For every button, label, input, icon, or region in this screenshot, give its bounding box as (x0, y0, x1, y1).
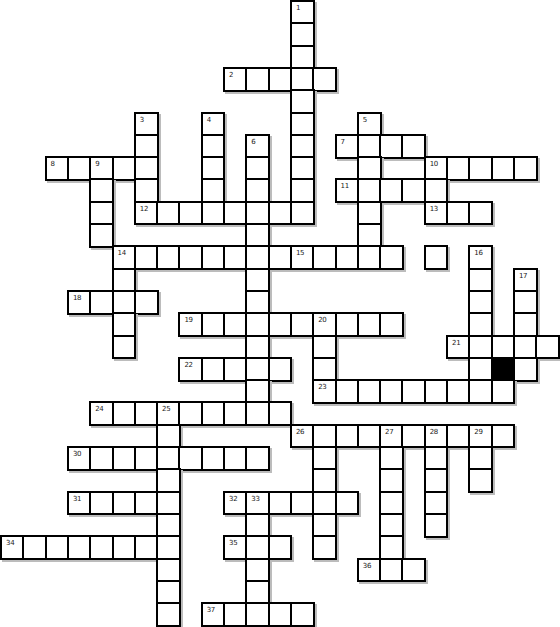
cell[interactable] (178, 401, 203, 426)
cell[interactable] (424, 468, 449, 493)
cell[interactable] (245, 580, 270, 605)
cell[interactable]: 34 (0, 535, 25, 560)
cell[interactable] (401, 379, 426, 404)
cell[interactable] (112, 268, 137, 293)
cell[interactable] (245, 201, 270, 226)
cell[interactable] (379, 513, 404, 538)
cell[interactable]: 10 (424, 156, 449, 181)
cell[interactable] (401, 134, 426, 159)
cell[interactable] (335, 312, 360, 337)
cell[interactable] (201, 156, 226, 181)
cell[interactable] (290, 156, 315, 181)
cell[interactable] (424, 446, 449, 471)
cell[interactable] (357, 223, 382, 248)
cell[interactable]: 30 (67, 446, 92, 471)
cell[interactable] (201, 245, 226, 270)
cell[interactable] (357, 424, 382, 449)
cell[interactable] (201, 446, 226, 471)
cell[interactable] (335, 245, 360, 270)
cell[interactable]: 16 (468, 245, 493, 270)
cell[interactable]: 12 (134, 201, 159, 226)
cell[interactable] (112, 535, 137, 560)
clue-number: 29 (474, 429, 482, 436)
crossword-grid: 1234567891011121314151617181920212223242… (0, 0, 560, 627)
cell[interactable]: 26 (290, 424, 315, 449)
clue-number: 2 (229, 72, 233, 79)
cell[interactable] (156, 491, 181, 516)
clue-number: 11 (341, 183, 349, 190)
clue-number: 14 (118, 250, 126, 257)
cell[interactable]: 32 (223, 491, 248, 516)
cell[interactable] (379, 312, 404, 337)
cell[interactable] (312, 67, 337, 92)
cell[interactable]: 20 (312, 312, 337, 337)
clue-number: 13 (430, 206, 438, 213)
cell[interactable] (67, 156, 92, 181)
cell[interactable] (89, 201, 114, 226)
cell[interactable]: 22 (178, 357, 203, 382)
cell[interactable] (268, 357, 293, 382)
clue-number: 21 (452, 340, 460, 347)
cell[interactable] (134, 245, 159, 270)
cell[interactable] (357, 379, 382, 404)
cell[interactable] (401, 424, 426, 449)
clue-number: 30 (73, 451, 81, 458)
cell[interactable] (268, 201, 293, 226)
clue-number: 37 (207, 607, 215, 614)
cell[interactable] (89, 178, 114, 203)
cell[interactable] (312, 468, 337, 493)
clue-number: 20 (318, 317, 326, 324)
cell[interactable] (134, 491, 159, 516)
cell[interactable] (245, 513, 270, 538)
cell[interactable] (446, 379, 471, 404)
cell[interactable] (223, 401, 248, 426)
cell[interactable] (401, 178, 426, 203)
cell[interactable] (513, 335, 538, 360)
cell[interactable] (290, 201, 315, 226)
cell[interactable] (245, 446, 270, 471)
clue-number: 6 (251, 139, 255, 146)
cell[interactable] (468, 379, 493, 404)
cell[interactable] (268, 67, 293, 92)
cell[interactable] (245, 268, 270, 293)
cell[interactable] (468, 335, 493, 360)
cell[interactable]: 33 (245, 491, 270, 516)
blocked-cell (491, 357, 516, 382)
cell[interactable] (401, 558, 426, 583)
cell[interactable] (446, 424, 471, 449)
cell[interactable] (312, 513, 337, 538)
cell[interactable]: 35 (223, 535, 248, 560)
cell[interactable] (290, 112, 315, 137)
cell[interactable] (223, 357, 248, 382)
clue-number: 28 (430, 429, 438, 436)
cell[interactable] (201, 178, 226, 203)
cell[interactable] (245, 357, 270, 382)
cell[interactable] (468, 201, 493, 226)
cell[interactable]: 1 (290, 0, 315, 25)
cell[interactable] (357, 178, 382, 203)
cell[interactable] (156, 424, 181, 449)
cell[interactable] (245, 401, 270, 426)
cell[interactable] (424, 245, 449, 270)
cell[interactable] (379, 468, 404, 493)
cell[interactable] (245, 245, 270, 270)
cell[interactable] (22, 535, 47, 560)
clue-number: 25 (162, 406, 170, 413)
cell[interactable] (112, 290, 137, 315)
cell[interactable] (290, 312, 315, 337)
clue-number: 26 (296, 429, 304, 436)
cell[interactable] (357, 134, 382, 159)
cell[interactable] (245, 335, 270, 360)
cell[interactable] (312, 424, 337, 449)
cell[interactable] (112, 401, 137, 426)
cell[interactable] (178, 201, 203, 226)
cell[interactable] (290, 178, 315, 203)
cell[interactable] (156, 245, 181, 270)
cell[interactable] (223, 201, 248, 226)
cell[interactable] (357, 245, 382, 270)
cell[interactable] (379, 535, 404, 560)
cell[interactable] (424, 178, 449, 203)
cell[interactable]: 11 (335, 178, 360, 203)
clue-number: 4 (207, 117, 211, 124)
cell[interactable]: 28 (424, 424, 449, 449)
cell[interactable]: 24 (89, 401, 114, 426)
clue-number: 16 (474, 250, 482, 257)
cell[interactable] (491, 335, 516, 360)
clue-number: 24 (95, 406, 103, 413)
cell[interactable] (446, 201, 471, 226)
cell[interactable] (156, 602, 181, 627)
cell[interactable] (424, 513, 449, 538)
clue-number: 31 (73, 496, 81, 503)
cell[interactable] (156, 535, 181, 560)
cell[interactable] (89, 223, 114, 248)
cell[interactable] (357, 156, 382, 181)
cell[interactable]: 15 (290, 245, 315, 270)
cell[interactable] (223, 312, 248, 337)
cell[interactable] (312, 446, 337, 471)
cell[interactable] (156, 580, 181, 605)
cell[interactable] (134, 446, 159, 471)
clue-number: 27 (385, 429, 393, 436)
cell[interactable]: 6 (245, 134, 270, 159)
cell[interactable] (513, 290, 538, 315)
clue-number: 35 (229, 540, 237, 547)
cell[interactable] (379, 446, 404, 471)
cell[interactable] (223, 602, 248, 627)
cell[interactable] (268, 401, 293, 426)
cell[interactable] (245, 67, 270, 92)
cell[interactable]: 29 (468, 424, 493, 449)
cell[interactable] (201, 201, 226, 226)
cell[interactable] (513, 357, 538, 382)
cell[interactable]: 14 (112, 245, 137, 270)
cell[interactable] (290, 45, 315, 70)
cell[interactable] (201, 134, 226, 159)
cell[interactable] (245, 379, 270, 404)
clue-number: 8 (51, 161, 55, 168)
cell[interactable] (312, 491, 337, 516)
cell[interactable] (290, 134, 315, 159)
cell[interactable] (223, 446, 248, 471)
cell[interactable] (312, 245, 337, 270)
cell[interactable] (268, 535, 293, 560)
clue-number: 15 (296, 250, 304, 257)
clue-number: 19 (184, 317, 192, 324)
cell[interactable]: 21 (446, 335, 471, 360)
clue-number: 12 (140, 206, 148, 213)
cell[interactable] (112, 156, 137, 181)
cell[interactable] (290, 67, 315, 92)
cell[interactable] (156, 513, 181, 538)
cell[interactable] (134, 156, 159, 181)
cell[interactable] (134, 401, 159, 426)
clue-number: 32 (229, 496, 237, 503)
cell[interactable] (312, 535, 337, 560)
cell[interactable] (268, 245, 293, 270)
cell[interactable] (201, 401, 226, 426)
clue-number: 22 (184, 362, 192, 369)
cell[interactable] (245, 535, 270, 560)
cell[interactable] (156, 558, 181, 583)
cell[interactable] (156, 468, 181, 493)
clue-number: 36 (363, 563, 371, 570)
cell[interactable] (156, 446, 181, 471)
cell[interactable]: 36 (357, 558, 382, 583)
cell[interactable] (89, 446, 114, 471)
cell[interactable] (379, 558, 404, 583)
cell[interactable]: 18 (67, 290, 92, 315)
cell[interactable] (67, 535, 92, 560)
cell[interactable] (290, 491, 315, 516)
cell[interactable]: 23 (312, 379, 337, 404)
cell[interactable]: 25 (156, 401, 181, 426)
cell[interactable] (112, 446, 137, 471)
cell[interactable]: 7 (335, 134, 360, 159)
cell[interactable] (335, 424, 360, 449)
cell[interactable] (379, 491, 404, 516)
cell[interactable] (112, 491, 137, 516)
cell[interactable] (89, 535, 114, 560)
cell[interactable] (245, 602, 270, 627)
cell[interactable] (357, 312, 382, 337)
clue-number: 33 (251, 496, 259, 503)
cell[interactable] (379, 134, 404, 159)
cell[interactable]: 17 (513, 268, 538, 293)
cell[interactable] (535, 335, 560, 360)
cell[interactable] (468, 446, 493, 471)
cell[interactable] (424, 491, 449, 516)
cell[interactable] (513, 312, 538, 337)
cell[interactable] (379, 245, 404, 270)
clue-number: 10 (430, 161, 438, 168)
cell[interactable] (89, 491, 114, 516)
cell[interactable]: 8 (45, 156, 70, 181)
cell[interactable] (468, 268, 493, 293)
cell[interactable] (178, 446, 203, 471)
cell[interactable] (268, 491, 293, 516)
cell[interactable] (468, 156, 493, 181)
cell[interactable]: 31 (67, 491, 92, 516)
cell[interactable] (491, 379, 516, 404)
cell[interactable] (201, 312, 226, 337)
clue-number: 18 (73, 295, 81, 302)
clue-number: 1 (296, 5, 300, 12)
clue-number: 9 (95, 161, 99, 168)
clue-number: 5 (363, 117, 367, 124)
cell[interactable] (468, 357, 493, 382)
cell[interactable] (245, 178, 270, 203)
cell[interactable] (312, 357, 337, 382)
cell[interactable] (112, 335, 137, 360)
cell[interactable] (379, 178, 404, 203)
cell[interactable] (312, 335, 337, 360)
cell[interactable] (491, 424, 516, 449)
clue-number: 34 (6, 540, 14, 547)
cell[interactable]: 5 (357, 112, 382, 137)
cell[interactable] (290, 22, 315, 47)
cell[interactable]: 2 (223, 67, 248, 92)
cell[interactable] (491, 156, 516, 181)
cell[interactable] (268, 602, 293, 627)
cell[interactable] (45, 535, 70, 560)
cell[interactable] (134, 535, 159, 560)
cell[interactable] (245, 312, 270, 337)
cell[interactable] (134, 178, 159, 203)
cell[interactable]: 19 (178, 312, 203, 337)
cell[interactable]: 4 (201, 112, 226, 137)
cell[interactable]: 9 (89, 156, 114, 181)
cell[interactable] (268, 312, 293, 337)
clue-number: 23 (318, 384, 326, 391)
cell[interactable] (223, 245, 248, 270)
cell[interactable] (335, 491, 360, 516)
cell[interactable] (245, 223, 270, 248)
cell[interactable] (156, 201, 181, 226)
clue-number: 17 (519, 273, 527, 280)
cell[interactable]: 27 (379, 424, 404, 449)
cell[interactable] (468, 468, 493, 493)
cell[interactable] (335, 379, 360, 404)
cell[interactable] (178, 245, 203, 270)
cell[interactable]: 3 (134, 112, 159, 137)
cell[interactable] (290, 602, 315, 627)
cell[interactable] (112, 312, 137, 337)
cell[interactable] (468, 290, 493, 315)
cell[interactable] (134, 290, 159, 315)
cell[interactable] (245, 290, 270, 315)
cell[interactable] (513, 156, 538, 181)
cell[interactable] (424, 379, 449, 404)
cell[interactable] (89, 290, 114, 315)
cell[interactable] (201, 357, 226, 382)
cell[interactable] (468, 312, 493, 337)
cell[interactable]: 37 (201, 602, 226, 627)
cell[interactable] (446, 156, 471, 181)
cell[interactable] (245, 156, 270, 181)
cell[interactable] (290, 89, 315, 114)
cell[interactable]: 13 (424, 201, 449, 226)
cell[interactable] (379, 379, 404, 404)
clue-number: 7 (341, 139, 345, 146)
clue-number: 3 (140, 117, 144, 124)
cell[interactable] (134, 134, 159, 159)
cell[interactable] (357, 201, 382, 226)
cell[interactable] (245, 558, 270, 583)
